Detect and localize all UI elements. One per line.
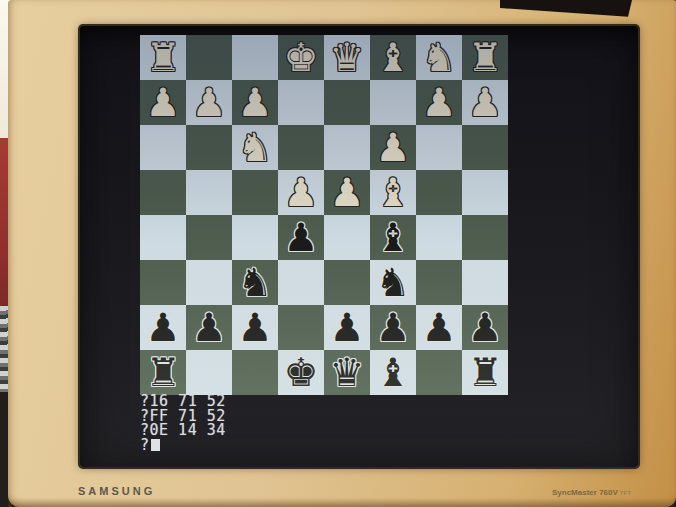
square-c2[interactable] [370, 80, 416, 125]
black-pawn: ♟ [330, 305, 365, 350]
model-name: SyncMaster 760V [552, 488, 618, 497]
black-knight: ♞ [238, 260, 273, 305]
white-rook: ♜ [468, 35, 503, 80]
square-g7[interactable]: ♟ [186, 305, 232, 350]
square-a8[interactable]: ♜ [462, 350, 508, 395]
square-d4[interactable]: ♟ [324, 170, 370, 215]
square-h1[interactable]: ♜ [140, 35, 186, 80]
square-c1[interactable]: ♝ [370, 35, 416, 80]
square-b2[interactable]: ♟ [416, 80, 462, 125]
square-f1[interactable] [232, 35, 278, 80]
square-a1[interactable]: ♜ [462, 35, 508, 80]
white-pawn: ♟ [238, 80, 273, 125]
black-pawn: ♟ [146, 305, 181, 350]
text-cursor-block [151, 439, 160, 451]
square-h5[interactable] [140, 215, 186, 260]
square-g2[interactable]: ♟ [186, 80, 232, 125]
white-pawn: ♟ [468, 80, 503, 125]
square-c7[interactable]: ♟ [370, 305, 416, 350]
black-pawn: ♟ [422, 305, 457, 350]
chess-board: ♜♚♛♝♞♜♟♟♟♟♟♞♟♟♟♝♟♝♞♞♟♟♟♟♟♟♟♜♚♛♝♜ [140, 35, 508, 395]
square-g3[interactable] [186, 125, 232, 170]
white-king: ♚ [284, 35, 319, 80]
white-pawn: ♟ [330, 170, 365, 215]
square-f2[interactable]: ♟ [232, 80, 278, 125]
white-pawn: ♟ [192, 80, 227, 125]
square-f6[interactable]: ♞ [232, 260, 278, 305]
square-e6[interactable] [278, 260, 324, 305]
black-rook: ♜ [146, 350, 181, 395]
photo-frame: ♜♚♛♝♞♜♟♟♟♟♟♞♟♟♟♝♟♝♞♞♟♟♟♟♟♟♟♜♚♛♝♜ ?16 71 … [0, 0, 676, 507]
black-king: ♚ [284, 350, 319, 395]
square-b3[interactable] [416, 125, 462, 170]
monitor-screen: ♜♚♛♝♞♜♟♟♟♟♟♞♟♟♟♝♟♝♞♞♟♟♟♟♟♟♟♜♚♛♝♜ ?16 71 … [80, 26, 638, 467]
square-b4[interactable] [416, 170, 462, 215]
square-g1[interactable] [186, 35, 232, 80]
black-pawn: ♟ [284, 215, 319, 260]
square-a7[interactable]: ♟ [462, 305, 508, 350]
white-pawn: ♟ [146, 80, 181, 125]
square-g4[interactable] [186, 170, 232, 215]
square-h3[interactable] [140, 125, 186, 170]
square-b8[interactable] [416, 350, 462, 395]
square-g5[interactable] [186, 215, 232, 260]
square-c8[interactable]: ♝ [370, 350, 416, 395]
square-d3[interactable] [324, 125, 370, 170]
square-a3[interactable] [462, 125, 508, 170]
white-bishop: ♝ [376, 170, 411, 215]
square-e5[interactable]: ♟ [278, 215, 324, 260]
console-input-line[interactable]: ? [140, 438, 226, 453]
white-queen: ♛ [330, 35, 365, 80]
white-pawn: ♟ [376, 125, 411, 170]
square-d1[interactable]: ♛ [324, 35, 370, 80]
square-b5[interactable] [416, 215, 462, 260]
square-h2[interactable]: ♟ [140, 80, 186, 125]
square-e2[interactable] [278, 80, 324, 125]
console-output: ?16 71 52 ?FF 71 52 ?0E 14 34 ? [140, 394, 226, 452]
console-line: ?0E 14 34 [140, 423, 226, 438]
square-e7[interactable] [278, 305, 324, 350]
square-f5[interactable] [232, 215, 278, 260]
square-h8[interactable]: ♜ [140, 350, 186, 395]
square-b7[interactable]: ♟ [416, 305, 462, 350]
square-a6[interactable] [462, 260, 508, 305]
square-h6[interactable] [140, 260, 186, 305]
square-e1[interactable]: ♚ [278, 35, 324, 80]
white-pawn: ♟ [284, 170, 319, 215]
square-f7[interactable]: ♟ [232, 305, 278, 350]
square-d8[interactable]: ♛ [324, 350, 370, 395]
square-a4[interactable] [462, 170, 508, 215]
black-bishop: ♝ [376, 350, 411, 395]
square-d6[interactable] [324, 260, 370, 305]
background-top-gap [500, 0, 632, 19]
white-rook: ♜ [146, 35, 181, 80]
square-b1[interactable]: ♞ [416, 35, 462, 80]
square-h7[interactable]: ♟ [140, 305, 186, 350]
square-g8[interactable] [186, 350, 232, 395]
black-knight: ♞ [376, 260, 411, 305]
square-a2[interactable]: ♟ [462, 80, 508, 125]
square-f3[interactable]: ♞ [232, 125, 278, 170]
square-c5[interactable]: ♝ [370, 215, 416, 260]
white-pawn: ♟ [422, 80, 457, 125]
square-f4[interactable] [232, 170, 278, 215]
square-e8[interactable]: ♚ [278, 350, 324, 395]
black-rook: ♜ [468, 350, 503, 395]
square-d2[interactable] [324, 80, 370, 125]
square-d7[interactable]: ♟ [324, 305, 370, 350]
square-h4[interactable] [140, 170, 186, 215]
square-g6[interactable] [186, 260, 232, 305]
white-knight: ♞ [422, 35, 457, 80]
model-label: SyncMaster 760VTFT [552, 488, 631, 497]
monitor-bezel: ♜♚♛♝♞♜♟♟♟♟♟♞♟♟♟♝♟♝♞♞♟♟♟♟♟♟♟♜♚♛♝♜ ?16 71 … [8, 0, 676, 507]
bezel-bottom-shadow [8, 498, 676, 507]
square-d5[interactable] [324, 215, 370, 260]
square-b6[interactable] [416, 260, 462, 305]
square-c4[interactable]: ♝ [370, 170, 416, 215]
square-c3[interactable]: ♟ [370, 125, 416, 170]
black-pawn: ♟ [192, 305, 227, 350]
black-bishop: ♝ [376, 215, 411, 260]
square-e4[interactable]: ♟ [278, 170, 324, 215]
black-queen: ♛ [330, 350, 365, 395]
square-e3[interactable] [278, 125, 324, 170]
model-suffix: TFT [620, 490, 631, 496]
white-knight: ♞ [238, 125, 273, 170]
black-pawn: ♟ [468, 305, 503, 350]
square-c6[interactable]: ♞ [370, 260, 416, 305]
square-f8[interactable] [232, 350, 278, 395]
black-pawn: ♟ [238, 305, 273, 350]
black-pawn: ♟ [376, 305, 411, 350]
brand-label: SAMSUNG [78, 485, 155, 497]
white-bishop: ♝ [376, 35, 411, 80]
console-prompt: ? [140, 436, 150, 454]
square-a5[interactable] [462, 215, 508, 260]
